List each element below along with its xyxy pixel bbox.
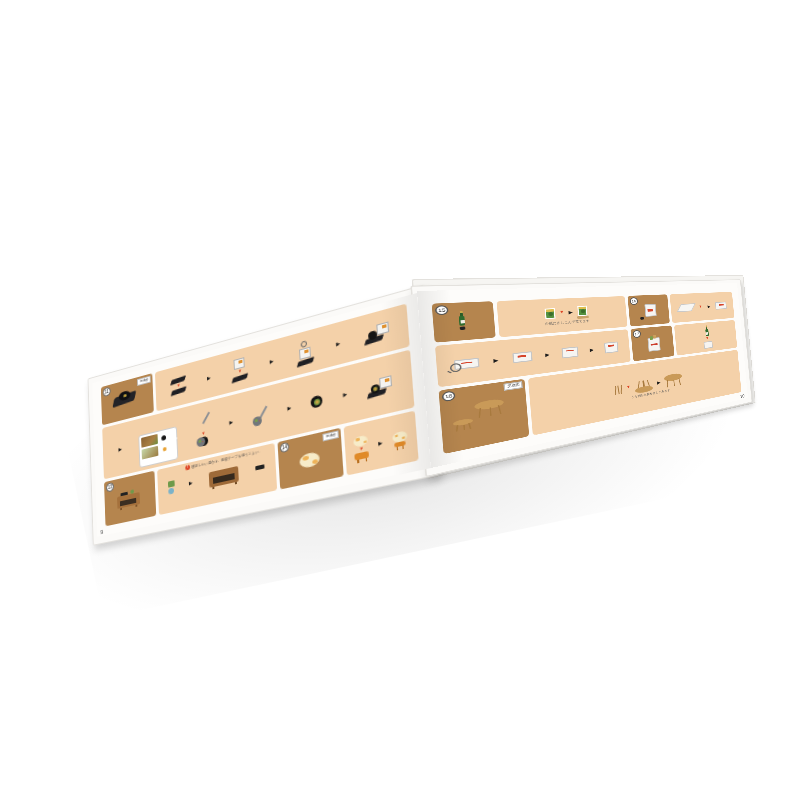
step-badge: 13	[106, 482, 114, 493]
step-arrow-icon: ▶	[229, 419, 233, 425]
panel-step-18-complete: 18 完成図	[439, 379, 530, 454]
fig-paddle-on-disc	[252, 404, 269, 426]
completed-tag: 完成図	[323, 430, 339, 440]
step-badge: 16	[629, 297, 638, 305]
panel-step-13-complete: 13	[104, 471, 156, 527]
fig-sheet-creased	[715, 302, 727, 310]
fig-paddle-over-disc: ▼	[195, 411, 212, 448]
page-number-10: 10	[740, 394, 745, 399]
panel-step-16-complete: 16	[628, 294, 670, 326]
page-number-9: 9	[100, 529, 103, 536]
warning-icon: !	[185, 464, 190, 470]
completed-tag: 完成図	[137, 376, 150, 386]
step-arrow-icon: ▶	[657, 380, 661, 385]
fig-player-lid-open	[364, 322, 389, 345]
design-option-disc	[159, 431, 170, 443]
fig-table-small	[453, 418, 474, 432]
fig-flat-sheet	[677, 303, 696, 312]
step-badge: 18	[442, 390, 456, 402]
fig-table-large	[474, 398, 504, 418]
fig-black-plates-stack: ▼	[171, 376, 186, 396]
photo-scene: 11 完成図 ▼ ▶ ▼ ▶ ▶	[0, 0, 800, 800]
step-arrow-icon: ▶	[343, 392, 348, 398]
step-arrow-icon: ▶	[207, 375, 211, 381]
completed-tag: 完成図	[504, 381, 523, 390]
step-arrow-icon: ▶	[287, 405, 291, 411]
fig-bottle-display	[457, 311, 467, 330]
fig-bottle-into-bag: ▼	[702, 325, 713, 348]
fig-bag-fold-3	[562, 346, 579, 358]
design-options-bubble	[139, 426, 179, 468]
fig-shopping-bag-filled	[647, 337, 660, 352]
step-arrow-icon: ▶	[336, 340, 340, 346]
step-arrow-icon: ▶	[270, 358, 274, 364]
step-arrow-icon: ▶	[189, 480, 193, 486]
step-badge: 14	[280, 442, 290, 454]
panel-step-15-complete: 15	[432, 301, 496, 342]
step-arrow-icon: ▶	[545, 352, 550, 357]
step-badge: 11	[103, 387, 111, 398]
fig-cabinet	[207, 460, 241, 490]
fig-bag-fold-4	[604, 341, 618, 353]
panel-step-17-complete: 17	[630, 325, 674, 361]
fig-record-player-closed	[114, 392, 136, 407]
fig-tv-stand-complete	[117, 488, 141, 511]
step-arrow-icon: ▶	[378, 440, 383, 446]
fig-loose-legs	[614, 385, 622, 395]
design-option-food-2	[142, 445, 159, 459]
panel-step-14-complete: 14 完成図	[277, 428, 343, 490]
fig-mini-player	[256, 464, 265, 470]
fig-player-with-record	[367, 375, 393, 398]
step-arrow-icon: ▶	[590, 347, 594, 352]
step-arrow-icon: ▶	[568, 310, 573, 315]
step-badge: 17	[632, 330, 641, 338]
fig-cheese-stool-complete	[299, 451, 320, 469]
fig-bag-fold-1	[453, 357, 479, 369]
fig-screen-onto-box: ▼	[232, 357, 248, 383]
fig-cheese-onto-base: ▼	[354, 434, 370, 460]
design-option-egg	[160, 442, 171, 454]
step-arrow-icon: ▶	[118, 447, 122, 453]
fig-base-part	[640, 317, 644, 319]
step-arrow-icon: ▶	[493, 357, 498, 363]
fig-bag-fold-2	[512, 351, 532, 363]
fig-stool-done	[392, 430, 408, 448]
fig-box-with-arm	[296, 338, 313, 366]
magnifier-detail-icon	[449, 362, 461, 372]
fig-white-carton-bag	[644, 304, 656, 317]
step-arrow-icon: ▶	[707, 304, 710, 308]
fig-decorated-record	[311, 394, 323, 408]
step-badge: 15	[435, 305, 449, 315]
panel-step-16-fold-sheet: ▼ ▶	[670, 292, 735, 323]
fig-packet-on-stand	[576, 305, 588, 318]
fig-table-assembled	[664, 373, 683, 388]
fig-seed-packet	[544, 308, 555, 319]
fig-accessory-items	[168, 480, 175, 495]
